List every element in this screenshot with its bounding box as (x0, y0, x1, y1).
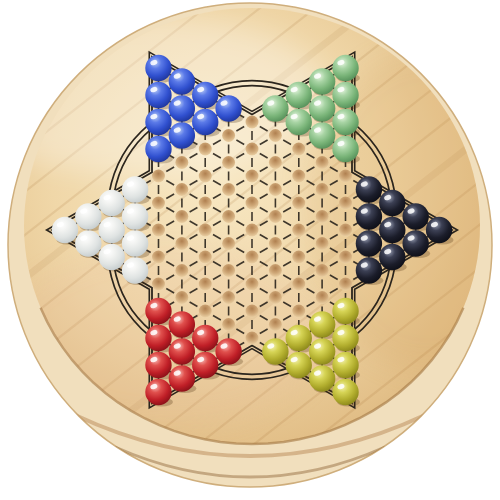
hole[interactable] (152, 224, 165, 237)
hole[interactable] (222, 129, 235, 142)
marble-red[interactable] (169, 311, 195, 337)
hole[interactable] (222, 291, 235, 304)
marble-red[interactable] (169, 338, 195, 364)
marble-green[interactable] (309, 122, 335, 148)
hole[interactable] (292, 143, 305, 156)
hole[interactable] (246, 170, 259, 183)
marble-black[interactable] (379, 190, 405, 216)
hole[interactable] (269, 291, 282, 304)
hole[interactable] (292, 224, 305, 237)
hole[interactable] (316, 291, 329, 304)
marble-green[interactable] (332, 55, 358, 81)
hole[interactable] (152, 197, 165, 210)
marble-blue[interactable] (192, 82, 218, 108)
photo-stage (0, 0, 500, 500)
hole[interactable] (152, 170, 165, 183)
hole[interactable] (175, 291, 188, 304)
marble-black[interactable] (379, 217, 405, 243)
hole[interactable] (222, 183, 235, 196)
marble-red[interactable] (145, 379, 171, 405)
hole[interactable] (175, 156, 188, 169)
hole[interactable] (316, 210, 329, 223)
marble-black[interactable] (379, 244, 405, 270)
marble-yellow[interactable] (332, 352, 358, 378)
hole[interactable] (269, 318, 282, 331)
marble-green[interactable] (332, 109, 358, 135)
marble-black[interactable] (356, 203, 382, 229)
marble-red[interactable] (215, 338, 241, 364)
hole[interactable] (175, 210, 188, 223)
marble-white[interactable] (75, 203, 101, 229)
marble-blue[interactable] (145, 136, 171, 162)
hole[interactable] (199, 305, 212, 318)
marble-green[interactable] (262, 95, 288, 121)
marble-green[interactable] (286, 109, 312, 135)
marble-black[interactable] (402, 230, 428, 256)
hole[interactable] (292, 278, 305, 291)
marble-white[interactable] (75, 230, 101, 256)
hole[interactable] (199, 251, 212, 264)
hole[interactable] (269, 129, 282, 142)
hole[interactable] (292, 170, 305, 183)
marble-yellow[interactable] (286, 352, 312, 378)
hole[interactable] (292, 251, 305, 264)
marble-red[interactable] (145, 325, 171, 351)
marble-blue[interactable] (145, 82, 171, 108)
hole[interactable] (269, 156, 282, 169)
marble-white[interactable] (99, 244, 125, 270)
marble-red[interactable] (145, 352, 171, 378)
hole[interactable] (339, 251, 352, 264)
hole[interactable] (339, 278, 352, 291)
marble-red[interactable] (192, 325, 218, 351)
hole[interactable] (339, 197, 352, 210)
marble-yellow[interactable] (332, 298, 358, 324)
hole[interactable] (222, 237, 235, 250)
hole[interactable] (222, 318, 235, 331)
hole[interactable] (269, 210, 282, 223)
hole[interactable] (152, 278, 165, 291)
marble-blue[interactable] (192, 109, 218, 135)
marble-red[interactable] (169, 365, 195, 391)
hole[interactable] (175, 183, 188, 196)
marble-green[interactable] (309, 68, 335, 94)
marble-green[interactable] (332, 136, 358, 162)
hole[interactable] (316, 183, 329, 196)
marble-yellow[interactable] (309, 311, 335, 337)
hole[interactable] (316, 264, 329, 277)
hole[interactable] (316, 237, 329, 250)
hole[interactable] (246, 332, 259, 345)
marble-black[interactable] (356, 230, 382, 256)
hole[interactable] (222, 156, 235, 169)
marble-yellow[interactable] (309, 338, 335, 364)
hole[interactable] (292, 197, 305, 210)
marble-green[interactable] (309, 95, 335, 121)
hole[interactable] (246, 143, 259, 156)
hole[interactable] (152, 251, 165, 264)
hole[interactable] (292, 305, 305, 318)
hole[interactable] (222, 264, 235, 277)
hole[interactable] (199, 278, 212, 291)
marble-black[interactable] (426, 217, 452, 243)
hole[interactable] (175, 237, 188, 250)
hole[interactable] (269, 183, 282, 196)
hole[interactable] (269, 264, 282, 277)
hole[interactable] (175, 264, 188, 277)
hole[interactable] (199, 143, 212, 156)
hole[interactable] (246, 278, 259, 291)
hole[interactable] (199, 170, 212, 183)
marble-black[interactable] (356, 257, 382, 283)
marble-blue[interactable] (169, 122, 195, 148)
marble-yellow[interactable] (262, 338, 288, 364)
hole[interactable] (246, 116, 259, 129)
marble-red[interactable] (145, 298, 171, 324)
marble-white[interactable] (122, 203, 148, 229)
hole[interactable] (199, 224, 212, 237)
marble-white[interactable] (122, 257, 148, 283)
hole[interactable] (316, 156, 329, 169)
hole[interactable] (339, 224, 352, 237)
marble-red[interactable] (192, 352, 218, 378)
marble-white[interactable] (52, 217, 78, 243)
marble-green[interactable] (332, 82, 358, 108)
hole[interactable] (339, 170, 352, 183)
hole[interactable] (222, 210, 235, 223)
hole[interactable] (269, 237, 282, 250)
marble-white[interactable] (122, 176, 148, 202)
hole[interactable] (246, 224, 259, 237)
hole[interactable] (246, 305, 259, 318)
marble-blue[interactable] (215, 95, 241, 121)
marble-yellow[interactable] (286, 325, 312, 351)
marble-yellow[interactable] (309, 365, 335, 391)
marble-blue[interactable] (145, 55, 171, 81)
marble-black[interactable] (402, 203, 428, 229)
marble-green[interactable] (286, 82, 312, 108)
marble-white[interactable] (122, 230, 148, 256)
marble-blue[interactable] (145, 109, 171, 135)
marble-blue[interactable] (169, 68, 195, 94)
chinese-checkers-board (0, 0, 500, 500)
hole[interactable] (199, 197, 212, 210)
marble-yellow[interactable] (332, 325, 358, 351)
marble-blue[interactable] (169, 95, 195, 121)
marble-yellow[interactable] (332, 379, 358, 405)
marble-white[interactable] (99, 190, 125, 216)
hole[interactable] (246, 197, 259, 210)
hole[interactable] (246, 251, 259, 264)
marble-black[interactable] (356, 176, 382, 202)
marble-white[interactable] (99, 217, 125, 243)
